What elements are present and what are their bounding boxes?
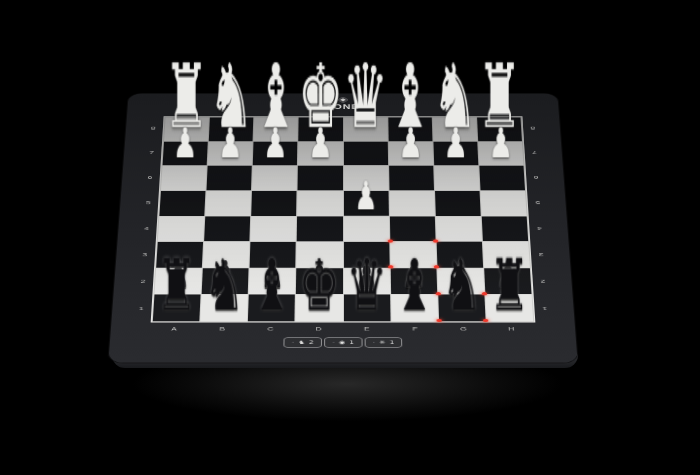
file-label-g: G — [439, 326, 487, 332]
square-b4[interactable] — [204, 216, 250, 241]
square-h6[interactable] — [479, 166, 525, 190]
rank-label-left-7: 7 — [145, 150, 159, 155]
piece-black-queen-e1[interactable]: ♛ — [346, 250, 387, 320]
rank-label-left-4: 4 — [139, 226, 153, 232]
square-h4[interactable] — [482, 216, 529, 241]
led-corner-dot-f3 — [433, 240, 438, 243]
panel-symbol: ◉ — [339, 340, 345, 345]
square-b7[interactable]: ♟ — [208, 142, 253, 166]
square-g1[interactable]: ♞ — [438, 295, 485, 321]
file-label-a: A — [150, 326, 199, 332]
piece-white-pawn-a7[interactable]: ♟ — [172, 124, 197, 165]
piece-black-bishop-f1[interactable]: ♝ — [394, 250, 435, 320]
panel-symbol: · — [292, 340, 294, 345]
square-d1[interactable]: ♚ — [296, 295, 343, 321]
file-label-h: H — [487, 326, 536, 332]
square-f4[interactable] — [390, 216, 436, 241]
rank-label-left-5: 5 — [141, 200, 155, 205]
led-corner-dot-g1 — [483, 319, 488, 322]
piece-white-queen-e8[interactable]: ♛ — [343, 52, 388, 140]
square-a7[interactable]: ♟ — [163, 142, 208, 166]
piece-black-rook-h1[interactable]: ♜ — [489, 250, 530, 320]
square-c1[interactable]: ♝ — [248, 295, 295, 321]
square-a1[interactable]: ♜ — [153, 295, 201, 321]
panel-button-group-3[interactable]: ·✳1 — [364, 337, 402, 348]
rank-label-right-6: 6 — [529, 175, 543, 180]
panel-symbol: · — [332, 340, 334, 345]
file-label-d: D — [295, 326, 343, 332]
square-c4[interactable] — [251, 216, 297, 241]
file-label-c: C — [247, 326, 295, 332]
piece-white-pawn-f7[interactable]: ♟ — [399, 124, 424, 165]
rank-label-left-2: 2 — [136, 278, 151, 284]
panel-button-group-1[interactable]: ·♞2 — [283, 337, 322, 348]
panel-symbol: 2 — [309, 340, 314, 345]
square-b5[interactable] — [205, 191, 251, 216]
square-a4[interactable] — [158, 216, 205, 241]
square-g6[interactable] — [434, 166, 479, 190]
square-f5[interactable] — [389, 191, 434, 216]
panel-symbol: 1 — [390, 340, 395, 345]
square-c5[interactable] — [251, 191, 296, 216]
piece-black-knight-b1[interactable]: ♞ — [203, 250, 244, 320]
piece-white-pawn-e5[interactable]: ♟ — [354, 176, 377, 215]
square-d4[interactable] — [297, 216, 342, 241]
square-d6[interactable] — [298, 166, 343, 190]
led-corner-dot-g1 — [435, 292, 440, 295]
piece-white-pawn-c7[interactable]: ♟ — [263, 124, 288, 165]
square-c7[interactable]: ♟ — [253, 142, 298, 166]
square-d5[interactable] — [297, 191, 342, 216]
square-e5[interactable]: ♟ — [343, 191, 388, 216]
square-h7[interactable]: ♟ — [478, 142, 523, 166]
piece-black-king-d1[interactable]: ♚ — [299, 250, 340, 320]
board-grid: ♜♞♝♚♛♝♞♜♟♟♟♟♟♟♟♟♟♟♟♟♟♟♟♟♜♞♝♚♛♝♞♜ — [151, 116, 536, 322]
file-label-f: F — [391, 326, 439, 332]
rank-label-right-4: 4 — [532, 226, 546, 232]
piece-white-pawn-d7[interactable]: ♟ — [308, 124, 333, 165]
control-panel: ·♞2·◉1·✳1 — [283, 337, 402, 348]
led-corner-dot-g1 — [436, 319, 441, 322]
square-e1[interactable]: ♛ — [344, 295, 391, 321]
rank-label-left-6: 6 — [143, 175, 157, 180]
file-label-e: E — [343, 326, 391, 332]
panel-symbol: · — [373, 340, 375, 345]
panel-symbol: 1 — [349, 340, 354, 345]
square-g5[interactable] — [435, 191, 481, 216]
panel-button-group-2[interactable]: ·◉1 — [324, 337, 362, 348]
square-f7[interactable]: ♟ — [388, 142, 433, 166]
chessboard: eONE ♜♞♝♚♛♝♞♜♟♟♟♟♟♟♟♟♟♟♟♟♟♟♟♟♜♞♝♚♛♝♞♜ 87… — [119, 4, 567, 440]
square-d7[interactable]: ♟ — [298, 142, 342, 166]
square-g7[interactable]: ♟ — [433, 142, 478, 166]
piece-white-pawn-h7[interactable]: ♟ — [489, 124, 514, 165]
square-h5[interactable] — [480, 191, 526, 216]
rank-label-right-8: 8 — [526, 126, 540, 131]
square-f6[interactable] — [389, 166, 434, 190]
square-b6[interactable] — [207, 166, 252, 190]
piece-white-pawn-g7[interactable]: ♟ — [444, 124, 469, 165]
rank-label-right-2: 2 — [536, 278, 551, 284]
rank-label-right-3: 3 — [534, 252, 549, 258]
piece-black-rook-a1[interactable]: ♜ — [156, 250, 197, 320]
square-f1[interactable]: ♝ — [391, 295, 438, 321]
square-b1[interactable]: ♞ — [200, 295, 247, 321]
rank-label-left-1: 1 — [134, 306, 149, 312]
rank-label-right-1: 1 — [537, 306, 552, 312]
square-g4[interactable] — [436, 216, 482, 241]
rank-label-right-5: 5 — [531, 200, 545, 205]
square-c6[interactable] — [252, 166, 297, 190]
rank-label-left-8: 8 — [146, 126, 160, 131]
board-frame: eONE ♜♞♝♚♛♝♞♜♟♟♟♟♟♟♟♟♟♟♟♟♟♟♟♟♜♞♝♚♛♝♞♜ 87… — [108, 94, 577, 363]
piece-white-pawn-b7[interactable]: ♟ — [218, 124, 243, 165]
square-e7[interactable] — [343, 142, 387, 166]
square-a5[interactable] — [159, 191, 205, 216]
product-scene: eONE ♜♞♝♚♛♝♞♜♟♟♟♟♟♟♟♟♟♟♟♟♟♟♟♟♜♞♝♚♛♝♞♜ 87… — [0, 0, 700, 475]
rank-label-right-7: 7 — [527, 150, 541, 155]
piece-black-bishop-c1[interactable]: ♝ — [251, 250, 292, 320]
led-corner-dot-g1 — [482, 292, 487, 295]
led-corner-dot-f3 — [387, 240, 392, 243]
panel-symbol: ♞ — [298, 340, 305, 345]
square-a6[interactable] — [161, 166, 207, 190]
square-h1[interactable]: ♜ — [485, 295, 533, 321]
file-label-b: B — [198, 326, 246, 332]
square-e8[interactable]: ♛ — [343, 117, 387, 140]
panel-symbol: ✳ — [379, 340, 385, 345]
square-e4[interactable] — [343, 216, 388, 241]
piece-black-knight-g1[interactable]: ♞ — [442, 250, 483, 320]
led-corner-dot-f3 — [388, 265, 393, 268]
rank-label-left-3: 3 — [138, 252, 153, 258]
